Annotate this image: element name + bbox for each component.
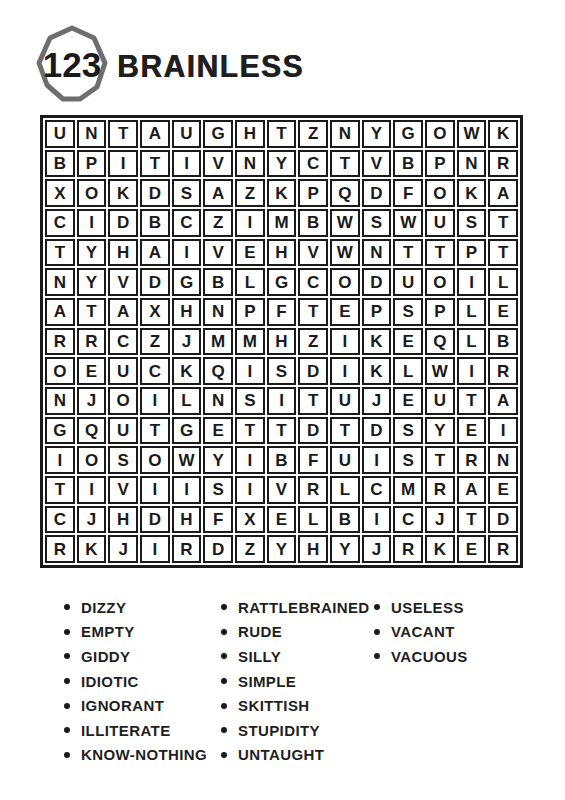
grid-cell[interactable]: T <box>235 417 265 445</box>
grid-cell[interactable]: H <box>172 298 202 326</box>
grid-cell[interactable]: H <box>267 239 297 267</box>
word-label: RUDE <box>238 623 282 640</box>
grid-cell[interactable]: U <box>330 446 360 474</box>
grid-cell[interactable]: W <box>393 209 423 237</box>
word-label: VACUOUS <box>391 648 468 665</box>
grid-cell[interactable]: C <box>393 506 423 534</box>
grid-cell[interactable]: S <box>203 476 233 504</box>
grid-cell[interactable]: K <box>362 328 392 356</box>
grid-cell[interactable]: I <box>267 387 297 415</box>
grid-cell[interactable]: T <box>77 298 107 326</box>
grid-cell[interactable]: B <box>393 150 423 178</box>
grid-cell[interactable]: K <box>172 357 202 385</box>
grid-cell[interactable]: J <box>77 387 107 415</box>
bullet-icon <box>221 678 227 684</box>
grid-cell[interactable]: R <box>488 357 518 385</box>
grid-cell[interactable]: I <box>172 476 202 504</box>
word-list-item: RUDE <box>221 620 370 645</box>
grid-cell[interactable]: I <box>172 150 202 178</box>
grid-cell[interactable]: K <box>77 535 107 563</box>
word-label: DIZZY <box>81 599 126 616</box>
grid-cell[interactable]: N <box>362 239 392 267</box>
word-list-item: SKITTISH <box>221 693 370 718</box>
grid-cell[interactable]: I <box>235 357 265 385</box>
grid-cell[interactable]: B <box>140 209 170 237</box>
word-label: IGNORANT <box>81 697 164 714</box>
grid-cell[interactable]: C <box>45 506 75 534</box>
grid-cell[interactable]: F <box>393 179 423 207</box>
grid-cell[interactable]: A <box>457 476 487 504</box>
grid-cell[interactable]: A <box>45 298 75 326</box>
grid-cell[interactable]: M <box>203 328 233 356</box>
grid-cell[interactable]: I <box>457 357 487 385</box>
grid-cell[interactable]: I <box>140 535 170 563</box>
grid-cell[interactable]: S <box>108 446 138 474</box>
grid-cell[interactable]: V <box>298 239 328 267</box>
grid-cell[interactable]: Y <box>330 535 360 563</box>
grid-cell[interactable]: D <box>140 506 170 534</box>
grid-cell[interactable]: O <box>140 446 170 474</box>
grid-cell[interactable]: A <box>140 120 170 148</box>
puzzle-number-badge: 123 <box>36 24 108 104</box>
word-column: USELESSVACANTVACUOUS <box>374 595 468 669</box>
grid-cell[interactable]: T <box>108 120 138 148</box>
grid-cell[interactable]: I <box>330 328 360 356</box>
grid-cell[interactable]: Y <box>362 120 392 148</box>
grid-cell[interactable]: Y <box>267 150 297 178</box>
bullet-icon <box>374 653 380 659</box>
grid-cell[interactable]: Q <box>77 417 107 445</box>
grid-cell[interactable]: T <box>45 239 75 267</box>
grid-cell[interactable]: T <box>140 417 170 445</box>
grid-cell[interactable]: A <box>488 387 518 415</box>
grid-cell[interactable]: U <box>425 387 455 415</box>
word-list-item: ILLITERATE <box>64 718 207 743</box>
grid-cell[interactable]: R <box>298 476 328 504</box>
grid-cell[interactable]: U <box>393 268 423 296</box>
grid-cell[interactable]: L <box>298 506 328 534</box>
grid-cell[interactable]: K <box>425 535 455 563</box>
grid-cell[interactable]: I <box>457 268 487 296</box>
grid-cell[interactable]: F <box>298 446 328 474</box>
grid-cell[interactable]: O <box>425 120 455 148</box>
grid-cell[interactable]: I <box>235 446 265 474</box>
puzzle-title: BRAINLESS <box>117 49 304 84</box>
grid-cell[interactable]: D <box>362 268 392 296</box>
grid-cell[interactable]: J <box>108 535 138 563</box>
heptagon-badge-icon: 123 <box>36 24 108 104</box>
grid-cell[interactable]: U <box>425 209 455 237</box>
grid-cell[interactable]: K <box>108 179 138 207</box>
bullet-icon <box>374 629 380 635</box>
grid-cell[interactable]: U <box>330 387 360 415</box>
grid-cell[interactable]: E <box>330 298 360 326</box>
grid-cell[interactable]: E <box>488 476 518 504</box>
grid-cell[interactable]: J <box>425 506 455 534</box>
word-label: USELESS <box>391 599 464 616</box>
grid-cell[interactable]: O <box>108 387 138 415</box>
grid-cell[interactable]: I <box>172 239 202 267</box>
page-header: 123 BRAINLESS <box>0 0 565 110</box>
grid-cell[interactable]: T <box>393 239 423 267</box>
grid-cell[interactable]: E <box>393 328 423 356</box>
bullet-icon <box>64 678 70 684</box>
grid-cell[interactable]: Z <box>235 535 265 563</box>
grid-cell[interactable]: U <box>108 417 138 445</box>
grid-cell[interactable]: N <box>488 446 518 474</box>
word-list-item: STUPIDITY <box>221 718 370 743</box>
grid-cell[interactable]: G <box>203 120 233 148</box>
grid-cell[interactable]: B <box>488 328 518 356</box>
grid-cell[interactable]: T <box>425 446 455 474</box>
grid-cell[interactable]: E <box>267 506 297 534</box>
grid-cell[interactable]: Z <box>235 179 265 207</box>
grid-cell[interactable]: X <box>140 298 170 326</box>
grid-cell[interactable]: T <box>267 417 297 445</box>
bullet-icon <box>64 703 70 709</box>
word-label: SIMPLE <box>238 673 296 690</box>
grid-cell[interactable]: S <box>267 357 297 385</box>
grid-cell[interactable]: O <box>425 179 455 207</box>
bullet-icon <box>221 629 227 635</box>
word-label: STUPIDITY <box>238 722 320 739</box>
grid-cell[interactable]: P <box>77 150 107 178</box>
grid-cell[interactable]: T <box>457 387 487 415</box>
grid-cell[interactable]: J <box>77 506 107 534</box>
grid-cell[interactable]: K <box>488 120 518 148</box>
bullet-icon <box>64 752 70 758</box>
grid-cell[interactable]: I <box>77 476 107 504</box>
grid-cell[interactable]: D <box>298 417 328 445</box>
puzzle-number: 123 <box>43 45 101 84</box>
grid-cell[interactable]: E <box>235 239 265 267</box>
word-label: UNTAUGHT <box>238 746 324 763</box>
word-search-page: 123 BRAINLESS UNTAUGHTZNYGOWKBPITIVNYCTV… <box>0 0 565 800</box>
grid-cell[interactable]: J <box>172 328 202 356</box>
grid-cell[interactable]: D <box>108 209 138 237</box>
grid-cell[interactable]: N <box>457 150 487 178</box>
grid-cell[interactable]: N <box>45 268 75 296</box>
word-list-item: DIZZY <box>64 595 207 620</box>
grid-cell[interactable]: I <box>235 476 265 504</box>
grid-cell[interactable]: D <box>140 179 170 207</box>
grid-cell[interactable]: R <box>45 328 75 356</box>
grid-cell[interactable]: B <box>203 268 233 296</box>
grid-cell[interactable]: O <box>45 357 75 385</box>
grid-cell[interactable]: P <box>457 239 487 267</box>
grid-cell[interactable]: T <box>45 476 75 504</box>
word-list-item: USELESS <box>374 595 468 620</box>
grid-cell[interactable]: D <box>140 268 170 296</box>
grid-cell[interactable]: W <box>330 209 360 237</box>
bullet-icon <box>221 604 227 610</box>
grid-cell[interactable]: L <box>488 268 518 296</box>
grid-cell[interactable]: O <box>425 268 455 296</box>
grid-cell[interactable]: E <box>203 417 233 445</box>
grid-cell[interactable]: D <box>203 535 233 563</box>
grid-cell[interactable]: D <box>362 179 392 207</box>
grid-cell[interactable]: P <box>425 150 455 178</box>
grid-cell[interactable]: D <box>298 357 328 385</box>
grid-cell[interactable]: A <box>488 179 518 207</box>
grid-cell[interactable]: R <box>457 446 487 474</box>
grid-cell[interactable]: K <box>267 179 297 207</box>
bullet-icon <box>221 727 227 733</box>
grid-cell[interactable]: J <box>362 387 392 415</box>
grid-cell[interactable]: U <box>108 357 138 385</box>
grid-cell[interactable]: T <box>140 150 170 178</box>
grid-cell[interactable]: U <box>45 120 75 148</box>
grid-cell[interactable]: C <box>298 268 328 296</box>
grid-cell[interactable]: R <box>172 535 202 563</box>
grid-cell[interactable]: R <box>45 535 75 563</box>
grid-cell[interactable]: W <box>330 239 360 267</box>
word-list-item: IDIOTIC <box>64 669 207 694</box>
grid-cell[interactable]: T <box>298 387 328 415</box>
grid-cell[interactable]: K <box>362 357 392 385</box>
grid-cell[interactable]: S <box>172 179 202 207</box>
word-list-item: SILLY <box>221 644 370 669</box>
grid-cell[interactable]: F <box>203 506 233 534</box>
grid-cell[interactable]: O <box>77 179 107 207</box>
word-list-item: IGNORANT <box>64 693 207 718</box>
grid-cell[interactable]: D <box>488 506 518 534</box>
grid-cell[interactable]: W <box>425 357 455 385</box>
word-label: EMPTY <box>81 623 135 640</box>
grid-cell[interactable]: M <box>393 476 423 504</box>
grid-cell[interactable]: A <box>203 179 233 207</box>
grid-cell[interactable]: L <box>393 357 423 385</box>
grid-cell[interactable]: R <box>425 476 455 504</box>
grid-cell[interactable]: T <box>488 209 518 237</box>
grid-cell[interactable]: N <box>203 387 233 415</box>
grid-cell[interactable]: I <box>488 417 518 445</box>
grid-cell[interactable]: V <box>267 476 297 504</box>
grid-cell[interactable]: A <box>108 298 138 326</box>
grid-cell[interactable]: R <box>393 535 423 563</box>
grid-cell[interactable]: C <box>172 209 202 237</box>
grid-cell[interactable]: S <box>393 446 423 474</box>
grid-cell[interactable]: Z <box>203 209 233 237</box>
grid-cell[interactable]: H <box>235 120 265 148</box>
grid-cell[interactable]: T <box>298 298 328 326</box>
grid-cell[interactable]: G <box>393 120 423 148</box>
grid-cell[interactable]: P <box>425 298 455 326</box>
word-list-item: VACUOUS <box>374 644 468 669</box>
grid-cell[interactable]: H <box>108 239 138 267</box>
grid-cell[interactable]: B <box>298 209 328 237</box>
word-label: SILLY <box>238 648 281 665</box>
bullet-icon <box>374 604 380 610</box>
grid-cell[interactable]: O <box>77 446 107 474</box>
grid-cell[interactable]: I <box>77 209 107 237</box>
grid-cell[interactable]: L <box>235 268 265 296</box>
grid-cell[interactable]: I <box>45 446 75 474</box>
grid-cell[interactable]: L <box>457 298 487 326</box>
bullet-icon <box>64 604 70 610</box>
grid-cell[interactable]: T <box>267 120 297 148</box>
bullet-icon <box>64 653 70 659</box>
grid-cell[interactable]: B <box>45 150 75 178</box>
grid-cell[interactable]: L <box>457 328 487 356</box>
bullet-icon <box>64 727 70 733</box>
grid-cell[interactable]: N <box>203 298 233 326</box>
grid-cell[interactable]: I <box>362 506 392 534</box>
bullet-icon <box>64 629 70 635</box>
grid-cell[interactable]: S <box>393 417 423 445</box>
grid-cell[interactable]: V <box>203 239 233 267</box>
grid-cell[interactable]: R <box>488 150 518 178</box>
grid-cell[interactable]: Y <box>267 535 297 563</box>
grid-cell[interactable]: Y <box>77 268 107 296</box>
grid-cell[interactable]: W <box>172 446 202 474</box>
grid-cell[interactable]: L <box>172 387 202 415</box>
grid-cell[interactable]: S <box>393 298 423 326</box>
grid-cell[interactable]: E <box>457 417 487 445</box>
grid-cell[interactable]: G <box>45 417 75 445</box>
word-label: VACANT <box>391 623 455 640</box>
letter-grid: UNTAUGHTZNYGOWKBPITIVNYCTVBPNRXOKDSAZKPQ… <box>40 115 523 568</box>
grid-cell[interactable]: Z <box>298 328 328 356</box>
grid-cell[interactable]: Y <box>203 446 233 474</box>
grid-cell[interactable]: E <box>393 387 423 415</box>
grid-cell[interactable]: E <box>457 535 487 563</box>
word-column: RATTLEBRAINEDRUDESILLYSIMPLESKITTISHSTUP… <box>221 595 370 767</box>
grid-cell[interactable]: X <box>235 506 265 534</box>
grid-cell[interactable]: M <box>267 209 297 237</box>
grid-cell[interactable]: Q <box>203 357 233 385</box>
grid-cell[interactable]: G <box>172 417 202 445</box>
grid-cell[interactable]: K <box>457 179 487 207</box>
grid-cell[interactable]: G <box>267 268 297 296</box>
grid-cell[interactable]: X <box>45 179 75 207</box>
grid-cell[interactable]: T <box>457 506 487 534</box>
grid-cell[interactable]: H <box>298 535 328 563</box>
word-list-item: UNTAUGHT <box>221 743 370 768</box>
grid-cell[interactable]: V <box>108 268 138 296</box>
grid-cell[interactable]: N <box>77 120 107 148</box>
word-column: DIZZYEMPTYGIDDYIDIOTICIGNORANTILLITERATE… <box>64 595 207 767</box>
grid-cell[interactable]: N <box>45 387 75 415</box>
grid-cell[interactable]: E <box>77 357 107 385</box>
grid-cell[interactable]: R <box>77 328 107 356</box>
grid-cell[interactable]: B <box>330 506 360 534</box>
grid-cell[interactable]: S <box>457 209 487 237</box>
grid-cell[interactable]: I <box>235 209 265 237</box>
grid-cell[interactable]: B <box>267 446 297 474</box>
grid-cell[interactable]: T <box>330 417 360 445</box>
grid-cell[interactable]: T <box>488 239 518 267</box>
word-label: GIDDY <box>81 648 131 665</box>
grid-cell[interactable]: S <box>362 209 392 237</box>
bullet-icon <box>221 752 227 758</box>
grid-cell[interactable]: N <box>235 150 265 178</box>
grid-cell[interactable]: D <box>362 417 392 445</box>
grid-cell[interactable]: C <box>298 150 328 178</box>
grid-cell[interactable]: G <box>172 268 202 296</box>
grid-cell[interactable]: Q <box>425 328 455 356</box>
grid-cell[interactable]: T <box>330 150 360 178</box>
grid-cell[interactable]: A <box>140 239 170 267</box>
grid-cell[interactable]: H <box>267 328 297 356</box>
grid-cell[interactable]: S <box>235 387 265 415</box>
grid-cell[interactable]: V <box>362 150 392 178</box>
grid-cell[interactable]: P <box>362 298 392 326</box>
grid-cell[interactable]: H <box>172 506 202 534</box>
grid-cell[interactable]: I <box>140 387 170 415</box>
grid-cell[interactable]: C <box>362 476 392 504</box>
grid-cell[interactable]: I <box>108 150 138 178</box>
bullet-icon <box>221 703 227 709</box>
grid-cell[interactable]: C <box>45 209 75 237</box>
word-label: RATTLEBRAINED <box>238 599 370 616</box>
word-list-item: SIMPLE <box>221 669 370 694</box>
grid-cell[interactable]: U <box>172 120 202 148</box>
grid-cell[interactable]: W <box>457 120 487 148</box>
grid-cell[interactable]: I <box>330 357 360 385</box>
grid-cell[interactable]: Y <box>425 417 455 445</box>
grid-cell[interactable]: I <box>362 446 392 474</box>
grid-cell[interactable]: V <box>108 476 138 504</box>
grid-cell[interactable]: C <box>140 357 170 385</box>
word-list-item: VACANT <box>374 620 468 645</box>
grid-cell[interactable]: Z <box>298 120 328 148</box>
word-label: KNOW-NOTHING <box>81 746 207 763</box>
grid-cell[interactable]: F <box>267 298 297 326</box>
grid-cell[interactable]: J <box>362 535 392 563</box>
word-list-item: GIDDY <box>64 644 207 669</box>
grid-cell[interactable]: N <box>330 120 360 148</box>
grid-cell[interactable]: T <box>425 239 455 267</box>
grid-cell[interactable]: E <box>488 298 518 326</box>
grid-cell[interactable]: P <box>298 179 328 207</box>
grid-cell[interactable]: C <box>108 328 138 356</box>
word-label: ILLITERATE <box>81 722 171 739</box>
grid-cell[interactable]: Y <box>77 239 107 267</box>
word-label: SKITTISH <box>238 697 310 714</box>
grid-cell[interactable]: M <box>235 328 265 356</box>
word-list-item: EMPTY <box>64 620 207 645</box>
word-list-item: RATTLEBRAINED <box>221 595 370 620</box>
word-label: IDIOTIC <box>81 673 139 690</box>
bullet-icon <box>221 653 227 659</box>
grid-cell[interactable]: Z <box>140 328 170 356</box>
grid-cell[interactable]: I <box>140 476 170 504</box>
grid-cell[interactable]: O <box>330 268 360 296</box>
grid-cell[interactable]: H <box>108 506 138 534</box>
grid-cell[interactable]: Q <box>330 179 360 207</box>
grid-cell[interactable]: R <box>488 535 518 563</box>
word-list-item: KNOW-NOTHING <box>64 743 207 768</box>
grid-cell[interactable]: V <box>203 150 233 178</box>
grid-cell[interactable]: P <box>235 298 265 326</box>
grid-cell[interactable]: L <box>330 476 360 504</box>
